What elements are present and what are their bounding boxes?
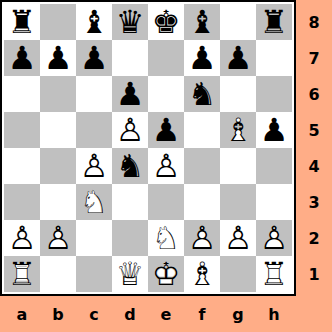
piece-black-queen[interactable]: ♛ [112, 4, 148, 40]
piece-black-rook[interactable]: ♜ [256, 4, 292, 40]
square-b6[interactable] [40, 76, 76, 112]
piece-glyph: ♟ [112, 76, 148, 112]
square-a8[interactable]: ♜ [4, 4, 40, 40]
piece-black-knight[interactable]: ♞ [184, 76, 220, 112]
piece-outline: ♙ [76, 148, 112, 184]
rank-label-1: 1 [296, 256, 332, 292]
square-h6[interactable] [256, 76, 292, 112]
piece-white-bishop[interactable]: ♝♗ [220, 112, 256, 148]
piece-outline: ♙ [220, 220, 256, 256]
square-c5[interactable] [76, 112, 112, 148]
square-d5[interactable]: ♟♙ [112, 112, 148, 148]
square-d8[interactable]: ♛ [112, 4, 148, 40]
piece-black-pawn[interactable]: ♟ [148, 112, 184, 148]
square-b1[interactable] [40, 256, 76, 292]
piece-white-pawn[interactable]: ♟♙ [184, 220, 220, 256]
piece-outline: ♙ [184, 220, 220, 256]
piece-outline: ♘ [148, 220, 184, 256]
square-e4[interactable]: ♟♙ [148, 148, 184, 184]
square-a2[interactable]: ♟♙ [4, 220, 40, 256]
piece-black-pawn[interactable]: ♟ [184, 40, 220, 76]
piece-white-rook[interactable]: ♜♖ [256, 256, 292, 292]
square-f6[interactable]: ♞ [184, 76, 220, 112]
square-g5[interactable]: ♝♗ [220, 112, 256, 148]
rank-label-4: 4 [296, 148, 332, 184]
piece-white-knight[interactable]: ♞♘ [148, 220, 184, 256]
piece-glyph: ♚ [148, 4, 184, 40]
piece-black-rook[interactable]: ♜ [4, 4, 40, 40]
square-e3[interactable] [148, 184, 184, 220]
square-h7[interactable] [256, 40, 292, 76]
rank-label-2: 2 [296, 220, 332, 256]
square-g6[interactable] [220, 76, 256, 112]
piece-glyph: ♟ [148, 112, 184, 148]
square-e7[interactable] [148, 40, 184, 76]
square-g1[interactable] [220, 256, 256, 292]
piece-glyph: ♜ [4, 4, 40, 40]
square-e6[interactable] [148, 76, 184, 112]
file-label-d: d [112, 296, 148, 332]
piece-glyph: ♜ [256, 4, 292, 40]
square-f8[interactable]: ♝ [184, 4, 220, 40]
file-label-c: c [76, 296, 112, 332]
square-f2[interactable]: ♟♙ [184, 220, 220, 256]
piece-black-pawn[interactable]: ♟ [4, 40, 40, 76]
square-d1[interactable]: ♛♕ [112, 256, 148, 292]
square-f7[interactable]: ♟ [184, 40, 220, 76]
square-g3[interactable] [220, 184, 256, 220]
rank-label-6: 6 [296, 76, 332, 112]
piece-black-pawn[interactable]: ♟ [220, 40, 256, 76]
piece-black-king[interactable]: ♚ [148, 4, 184, 40]
piece-white-king[interactable]: ♚♔ [148, 256, 184, 292]
square-e5[interactable]: ♟ [148, 112, 184, 148]
square-c2[interactable] [76, 220, 112, 256]
square-a5[interactable] [4, 112, 40, 148]
square-b2[interactable]: ♟♙ [40, 220, 76, 256]
piece-black-knight[interactable]: ♞ [112, 148, 148, 184]
rank-label-7: 7 [296, 40, 332, 76]
file-label-e: e [148, 296, 184, 332]
file-label-f: f [184, 296, 220, 332]
piece-outline: ♙ [40, 220, 76, 256]
piece-outline: ♕ [112, 256, 148, 292]
piece-white-pawn[interactable]: ♟♙ [148, 148, 184, 184]
square-g7[interactable]: ♟ [220, 40, 256, 76]
square-h1[interactable]: ♜♖ [256, 256, 292, 292]
square-b3[interactable] [40, 184, 76, 220]
square-c3[interactable]: ♞♘ [76, 184, 112, 220]
rank-label-3: 3 [296, 184, 332, 220]
piece-outline: ♗ [220, 112, 256, 148]
square-f4[interactable] [184, 148, 220, 184]
square-b5[interactable] [40, 112, 76, 148]
board-grid: ♜♝♛♚♝♜♟♟♟♟♟♟♞♟♙♟♝♗♟♟♙♞♟♙♞♘♟♙♟♙♞♘♟♙♟♙♟♙♜♖… [4, 4, 292, 292]
square-f5[interactable] [184, 112, 220, 148]
piece-white-pawn[interactable]: ♟♙ [256, 220, 292, 256]
square-a7[interactable]: ♟ [4, 40, 40, 76]
chess-board: ♜♝♛♚♝♜♟♟♟♟♟♟♞♟♙♟♝♗♟♟♙♞♟♙♞♘♟♙♟♙♞♘♟♙♟♙♟♙♜♖… [0, 0, 296, 296]
piece-glyph: ♝ [76, 4, 112, 40]
piece-black-pawn[interactable]: ♟ [40, 40, 76, 76]
piece-outline: ♙ [256, 220, 292, 256]
square-c8[interactable]: ♝ [76, 4, 112, 40]
square-a3[interactable] [4, 184, 40, 220]
piece-black-bishop[interactable]: ♝ [76, 4, 112, 40]
file-label-h: h [256, 296, 292, 332]
file-label-g: g [220, 296, 256, 332]
piece-glyph: ♝ [184, 4, 220, 40]
square-d7[interactable] [112, 40, 148, 76]
square-c6[interactable] [76, 76, 112, 112]
piece-glyph: ♟ [40, 40, 76, 76]
square-e1[interactable]: ♚♔ [148, 256, 184, 292]
piece-white-pawn[interactable]: ♟♙ [4, 220, 40, 256]
piece-black-bishop[interactable]: ♝ [184, 4, 220, 40]
square-h5[interactable]: ♟ [256, 112, 292, 148]
piece-outline: ♙ [148, 148, 184, 184]
piece-outline: ♔ [148, 256, 184, 292]
file-label-a: a [4, 296, 40, 332]
piece-glyph: ♟ [76, 40, 112, 76]
square-b4[interactable] [40, 148, 76, 184]
piece-glyph: ♟ [256, 112, 292, 148]
piece-white-queen[interactable]: ♛♕ [112, 256, 148, 292]
square-f1[interactable]: ♝♗ [184, 256, 220, 292]
piece-glyph: ♞ [112, 148, 148, 184]
piece-glyph: ♛ [112, 4, 148, 40]
square-d4[interactable]: ♞ [112, 148, 148, 184]
square-h3[interactable] [256, 184, 292, 220]
piece-white-pawn[interactable]: ♟♙ [112, 112, 148, 148]
rank-label-8: 8 [296, 4, 332, 40]
piece-black-pawn[interactable]: ♟ [76, 40, 112, 76]
square-e2[interactable]: ♞♘ [148, 220, 184, 256]
piece-outline: ♗ [184, 256, 220, 292]
square-c1[interactable] [76, 256, 112, 292]
piece-white-bishop[interactable]: ♝♗ [184, 256, 220, 292]
square-f3[interactable] [184, 184, 220, 220]
piece-white-pawn[interactable]: ♟♙ [40, 220, 76, 256]
piece-glyph: ♞ [184, 76, 220, 112]
piece-black-pawn[interactable]: ♟ [256, 112, 292, 148]
piece-glyph: ♟ [4, 40, 40, 76]
square-d6[interactable]: ♟ [112, 76, 148, 112]
square-g8[interactable] [220, 4, 256, 40]
piece-white-pawn[interactable]: ♟♙ [76, 148, 112, 184]
square-b7[interactable]: ♟ [40, 40, 76, 76]
rank-coordinates: 87654321 [296, 4, 332, 292]
square-a4[interactable] [4, 148, 40, 184]
rank-label-5: 5 [296, 112, 332, 148]
square-h4[interactable] [256, 148, 292, 184]
piece-outline: ♙ [112, 112, 148, 148]
square-h2[interactable]: ♟♙ [256, 220, 292, 256]
square-g2[interactable]: ♟♙ [220, 220, 256, 256]
piece-outline: ♖ [256, 256, 292, 292]
square-d3[interactable] [112, 184, 148, 220]
piece-white-pawn[interactable]: ♟♙ [220, 220, 256, 256]
piece-white-rook[interactable]: ♜♖ [4, 256, 40, 292]
piece-outline: ♙ [4, 220, 40, 256]
square-c4[interactable]: ♟♙ [76, 148, 112, 184]
piece-glyph: ♟ [184, 40, 220, 76]
square-e8[interactable]: ♚ [148, 4, 184, 40]
piece-outline: ♖ [4, 256, 40, 292]
piece-white-knight[interactable]: ♞♘ [76, 184, 112, 220]
piece-outline: ♘ [76, 184, 112, 220]
square-b8[interactable] [40, 4, 76, 40]
square-h8[interactable]: ♜ [256, 4, 292, 40]
square-c7[interactable]: ♟ [76, 40, 112, 76]
file-label-b: b [40, 296, 76, 332]
square-g4[interactable] [220, 148, 256, 184]
piece-glyph: ♟ [220, 40, 256, 76]
piece-black-pawn[interactable]: ♟ [112, 76, 148, 112]
square-a1[interactable]: ♜♖ [4, 256, 40, 292]
square-d2[interactable] [112, 220, 148, 256]
square-a6[interactable] [4, 76, 40, 112]
file-coordinates: abcdefgh [4, 296, 292, 332]
